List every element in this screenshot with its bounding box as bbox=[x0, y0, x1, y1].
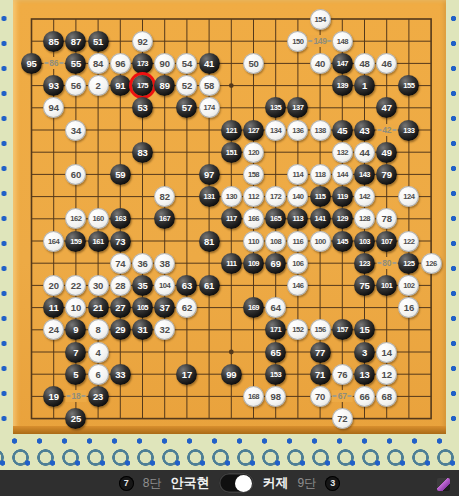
stone-63-black: 63 bbox=[176, 275, 197, 296]
stone-40-white: 40 bbox=[310, 53, 331, 74]
stone-141-black: 141 bbox=[310, 208, 331, 229]
stone-6-white: 6 bbox=[88, 364, 109, 385]
stone-72-white: 72 bbox=[332, 408, 353, 429]
stone-51-black: 51 bbox=[88, 31, 109, 52]
stone-74-white: 74 bbox=[110, 253, 131, 274]
stone-20-white: 20 bbox=[43, 275, 64, 296]
stone-56-white: 56 bbox=[65, 75, 86, 96]
stone-82-white: 82 bbox=[154, 186, 175, 207]
left-player-rank: 8단 bbox=[143, 475, 162, 492]
stone-142-white: 142 bbox=[354, 186, 375, 207]
stone-38-white: 38 bbox=[154, 253, 175, 274]
stone-16-white: 16 bbox=[398, 297, 419, 318]
stone-62-white: 62 bbox=[176, 297, 197, 318]
capture-marker-80: 80 bbox=[376, 257, 397, 269]
stone-128-white: 128 bbox=[354, 208, 375, 229]
stone-37-black: 37 bbox=[154, 297, 175, 318]
stone-123-black: 123 bbox=[354, 253, 375, 274]
stone-41-black: 41 bbox=[199, 53, 220, 74]
stone-7-black: 7 bbox=[65, 342, 86, 363]
stone-32-white: 32 bbox=[154, 319, 175, 340]
stone-122-white: 122 bbox=[398, 231, 419, 252]
stone-75-black: 75 bbox=[354, 275, 375, 296]
stone-31-black: 31 bbox=[132, 319, 153, 340]
stone-58-white: 58 bbox=[199, 75, 220, 96]
stone-8-white: 8 bbox=[88, 319, 109, 340]
stone-97-black: 97 bbox=[199, 164, 220, 185]
stone-47-black: 47 bbox=[376, 97, 397, 118]
stone-35-black: 35 bbox=[132, 275, 153, 296]
stone-166-white: 166 bbox=[243, 208, 264, 229]
captures-badge-right: 3 bbox=[325, 476, 340, 491]
stone-130-white: 130 bbox=[221, 186, 242, 207]
stone-28-white: 28 bbox=[110, 275, 131, 296]
stone-12-white: 12 bbox=[376, 364, 397, 385]
stone-124-white: 124 bbox=[398, 186, 419, 207]
stone-23-black: 23 bbox=[88, 386, 109, 407]
stone-114-white: 114 bbox=[287, 164, 308, 185]
stone-50-white: 50 bbox=[243, 53, 264, 74]
stone-138-white: 138 bbox=[310, 120, 331, 141]
right-player-rank: 9단 bbox=[298, 475, 317, 492]
stone-64-white: 64 bbox=[265, 297, 286, 318]
stone-164-white: 164 bbox=[43, 231, 64, 252]
stone-131-black: 131 bbox=[199, 186, 220, 207]
stone-21-black: 21 bbox=[88, 297, 109, 318]
stone-169-black: 169 bbox=[243, 297, 264, 318]
stone-76-white: 76 bbox=[332, 364, 353, 385]
stone-127-black: 127 bbox=[243, 120, 264, 141]
stone-52-white: 52 bbox=[176, 75, 197, 96]
stone-65-black: 65 bbox=[265, 342, 286, 363]
stone-162-white: 162 bbox=[65, 208, 86, 229]
stone-104-white: 104 bbox=[154, 275, 175, 296]
stone-136-white: 136 bbox=[287, 120, 308, 141]
stone-14-white: 14 bbox=[376, 342, 397, 363]
stone-19-black: 19 bbox=[43, 386, 64, 407]
stone-163-black: 163 bbox=[110, 208, 131, 229]
stone-43-black: 43 bbox=[354, 120, 375, 141]
stone-81-black: 81 bbox=[199, 231, 220, 252]
stone-172-white: 172 bbox=[265, 186, 286, 207]
stone-160-white: 160 bbox=[88, 208, 109, 229]
stone-45-black: 45 bbox=[332, 120, 353, 141]
stone-15-black: 15 bbox=[354, 319, 375, 340]
stone-150-white: 150 bbox=[287, 31, 308, 52]
stone-118-white: 118 bbox=[310, 164, 331, 185]
stone-171-black: 171 bbox=[265, 319, 286, 340]
stone-68-white: 68 bbox=[376, 386, 397, 407]
stone-5-black: 5 bbox=[65, 364, 86, 385]
stone-119-black: 119 bbox=[332, 186, 353, 207]
stone-30-white: 30 bbox=[88, 275, 109, 296]
stone-44-white: 44 bbox=[354, 142, 375, 163]
stone-90-white: 90 bbox=[154, 53, 175, 74]
stone-143-black: 143 bbox=[354, 164, 375, 185]
stone-101-black: 101 bbox=[376, 275, 397, 296]
stone-93-black: 93 bbox=[43, 75, 64, 96]
stone-129-black: 129 bbox=[332, 208, 353, 229]
stone-152-white: 152 bbox=[287, 319, 308, 340]
stone-91-black: 91 bbox=[110, 75, 131, 96]
stone-57-black: 57 bbox=[176, 97, 197, 118]
stone-116-white: 116 bbox=[287, 231, 308, 252]
stone-121-black: 121 bbox=[221, 120, 242, 141]
stone-159-black: 159 bbox=[65, 231, 86, 252]
stone-115-black: 115 bbox=[310, 186, 331, 207]
stone-78-white: 78 bbox=[376, 208, 397, 229]
stone-29-black: 29 bbox=[110, 319, 131, 340]
turn-toggle[interactable] bbox=[219, 473, 254, 493]
stone-79-black: 79 bbox=[376, 164, 397, 185]
stone-60-white: 60 bbox=[65, 164, 86, 185]
stone-105-black: 105 bbox=[132, 297, 153, 318]
stone-140-white: 140 bbox=[287, 186, 308, 207]
stone-1-black: 1 bbox=[354, 75, 375, 96]
stone-120-white: 120 bbox=[243, 142, 264, 163]
capture-marker-67: 67 bbox=[332, 390, 353, 402]
stone-126-white: 126 bbox=[421, 253, 442, 274]
stone-168-white: 168 bbox=[243, 386, 264, 407]
stone-112-white: 112 bbox=[243, 186, 264, 207]
stone-158-white: 158 bbox=[243, 164, 264, 185]
stone-100-white: 100 bbox=[310, 231, 331, 252]
stone-146-white: 146 bbox=[287, 275, 308, 296]
stone-3-black: 3 bbox=[354, 342, 375, 363]
stone-111-black: 111 bbox=[221, 253, 242, 274]
stone-69-black: 69 bbox=[265, 253, 286, 274]
stone-167-black: 167 bbox=[154, 208, 175, 229]
stone-94-white: 94 bbox=[43, 97, 64, 118]
stone-71-black: 71 bbox=[310, 364, 331, 385]
stone-157-black: 157 bbox=[332, 319, 353, 340]
stone-10-white: 10 bbox=[65, 297, 86, 318]
stone-73-black: 73 bbox=[110, 231, 131, 252]
stone-54-white: 54 bbox=[176, 53, 197, 74]
stone-165-black: 165 bbox=[265, 208, 286, 229]
stone-89-black: 89 bbox=[154, 75, 175, 96]
stone-87-black: 87 bbox=[65, 31, 86, 52]
stones-layer: 1548587519215014895558496173905441504014… bbox=[0, 0, 459, 470]
stone-161-black: 161 bbox=[88, 231, 109, 252]
stone-11-black: 11 bbox=[43, 297, 64, 318]
stone-137-black: 137 bbox=[287, 97, 308, 118]
stone-103-black: 103 bbox=[354, 231, 375, 252]
stone-133-black: 133 bbox=[398, 120, 419, 141]
stone-17-black: 17 bbox=[176, 364, 197, 385]
capture-marker-149: 149 bbox=[307, 35, 332, 47]
status-bar: 7 8단 안국현 커제 9단 3 bbox=[0, 470, 459, 496]
stone-110-white: 110 bbox=[243, 231, 264, 252]
stone-55-black: 55 bbox=[65, 53, 86, 74]
stone-46-white: 46 bbox=[376, 53, 397, 74]
stone-61-black: 61 bbox=[199, 275, 220, 296]
stone-27-black: 27 bbox=[110, 297, 131, 318]
app-logo-icon[interactable] bbox=[437, 478, 450, 491]
stone-148-white: 148 bbox=[332, 31, 353, 52]
stone-70-white: 70 bbox=[310, 386, 331, 407]
stone-155-black: 155 bbox=[398, 75, 419, 96]
stone-174-white: 174 bbox=[199, 97, 220, 118]
stone-102-white: 102 bbox=[398, 275, 419, 296]
right-player-name: 커제 bbox=[263, 474, 289, 492]
left-player-name: 안국현 bbox=[171, 474, 210, 492]
stone-53-black: 53 bbox=[132, 97, 153, 118]
stone-25-black: 25 bbox=[65, 408, 86, 429]
stone-107-black: 107 bbox=[376, 231, 397, 252]
stone-117-black: 117 bbox=[221, 208, 242, 229]
stone-139-black: 139 bbox=[332, 75, 353, 96]
stone-22-white: 22 bbox=[65, 275, 86, 296]
stone-134-white: 134 bbox=[265, 120, 286, 141]
stone-151-black: 151 bbox=[221, 142, 242, 163]
stone-145-black: 145 bbox=[332, 231, 353, 252]
stone-2-white: 2 bbox=[88, 75, 109, 96]
stone-24-white: 24 bbox=[43, 319, 64, 340]
stone-99-black: 99 bbox=[221, 364, 242, 385]
stone-85-black: 85 bbox=[43, 31, 64, 52]
stone-34-white: 34 bbox=[65, 120, 86, 141]
stone-154-white: 154 bbox=[310, 9, 331, 30]
stone-4-white: 4 bbox=[88, 342, 109, 363]
stone-113-black: 113 bbox=[287, 208, 308, 229]
capture-marker-42: 42 bbox=[376, 124, 397, 136]
stone-92-white: 92 bbox=[132, 31, 153, 52]
stone-106-white: 106 bbox=[287, 253, 308, 274]
stone-125-black: 125 bbox=[398, 253, 419, 274]
stone-144-white: 144 bbox=[332, 164, 353, 185]
stone-95-black: 95 bbox=[21, 53, 42, 74]
white-stone-knob-icon bbox=[235, 475, 252, 492]
stone-9-black: 9 bbox=[65, 319, 86, 340]
stone-49-black: 49 bbox=[376, 142, 397, 163]
stone-66-white: 66 bbox=[354, 386, 375, 407]
stone-108-white: 108 bbox=[265, 231, 286, 252]
stone-36-white: 36 bbox=[132, 253, 153, 274]
capture-marker-86: 86 bbox=[43, 57, 64, 69]
stone-173-black: 173 bbox=[132, 53, 153, 74]
stone-83-black: 83 bbox=[132, 142, 153, 163]
stone-59-black: 59 bbox=[110, 164, 131, 185]
stone-48-white: 48 bbox=[354, 53, 375, 74]
go-broadcast-viewer: 1548587519215014895558496173905441504014… bbox=[0, 0, 459, 496]
stone-109-black: 109 bbox=[243, 253, 264, 274]
stone-153-black: 153 bbox=[265, 364, 286, 385]
stone-132-white: 132 bbox=[332, 142, 353, 163]
stone-77-black: 77 bbox=[310, 342, 331, 363]
stone-156-white: 156 bbox=[310, 319, 331, 340]
stone-13-black: 13 bbox=[354, 364, 375, 385]
stone-84-white: 84 bbox=[88, 53, 109, 74]
capture-marker-18: 18 bbox=[65, 390, 86, 402]
stone-175-black: 175 bbox=[132, 75, 153, 96]
stone-147-black: 147 bbox=[332, 53, 353, 74]
captures-badge-left: 7 bbox=[119, 476, 134, 491]
stone-98-white: 98 bbox=[265, 386, 286, 407]
stone-96-white: 96 bbox=[110, 53, 131, 74]
stone-33-black: 33 bbox=[110, 364, 131, 385]
stone-135-black: 135 bbox=[265, 97, 286, 118]
